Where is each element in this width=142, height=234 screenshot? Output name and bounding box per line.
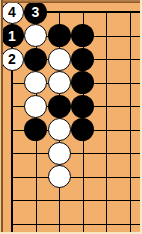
move-number: 4 bbox=[8, 5, 16, 19]
go-board: 4312 bbox=[0, 0, 142, 234]
stone-black bbox=[48, 95, 71, 118]
board-edge-right bbox=[140, 0, 142, 234]
stone-white bbox=[48, 71, 71, 94]
move-number: 1 bbox=[8, 29, 16, 43]
stone-white bbox=[24, 95, 47, 118]
stone-white bbox=[48, 165, 71, 188]
stone-white bbox=[24, 24, 47, 47]
stone-white bbox=[48, 118, 71, 141]
move-number: 3 bbox=[32, 5, 40, 19]
stone-black-move-3: 3 bbox=[24, 1, 47, 24]
stone-white bbox=[24, 71, 47, 94]
move-number: 2 bbox=[8, 52, 16, 66]
stone-black bbox=[24, 48, 47, 71]
board-edge-top bbox=[0, 0, 142, 3]
board-edge-bottom bbox=[0, 232, 142, 234]
stones-layer: 4312 bbox=[0, 0, 141, 234]
stone-black bbox=[71, 71, 94, 94]
stone-white-move-2: 2 bbox=[1, 48, 24, 71]
stone-black bbox=[24, 118, 47, 141]
stone-white-move-4: 4 bbox=[1, 1, 24, 24]
board-edge-left bbox=[0, 0, 3, 234]
stone-black bbox=[71, 48, 94, 71]
stone-white bbox=[48, 48, 71, 71]
stone-black bbox=[71, 24, 94, 47]
stone-black bbox=[71, 118, 94, 141]
stone-white bbox=[48, 142, 71, 165]
stone-black bbox=[71, 95, 94, 118]
stone-black-move-1: 1 bbox=[1, 24, 24, 47]
stone-black bbox=[48, 24, 71, 47]
